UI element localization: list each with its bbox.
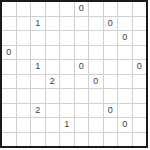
cell-r1c3[interactable] xyxy=(46,17,60,31)
cell-r8c0[interactable] xyxy=(2,118,16,132)
cell-r3c4[interactable] xyxy=(60,46,74,60)
clue-cell-r3c0: 0 xyxy=(2,46,16,60)
cell-r8c5[interactable] xyxy=(75,118,89,132)
clue-cell-r4c5: 0 xyxy=(75,60,89,74)
cell-r6c8[interactable] xyxy=(118,89,132,103)
cell-r1c0[interactable] xyxy=(2,17,16,31)
cell-r8c7[interactable] xyxy=(104,118,118,132)
cell-r9c9[interactable] xyxy=(133,133,147,147)
clue-cell-r0c5: 0 xyxy=(75,2,89,16)
cell-r0c3[interactable] xyxy=(46,2,60,16)
cell-r6c6[interactable] xyxy=(89,89,103,103)
cell-r2c2[interactable] xyxy=(31,31,45,45)
cell-r3c3[interactable] xyxy=(46,46,60,60)
clue-cell-r5c3: 2 xyxy=(46,75,60,89)
cell-r8c2[interactable] xyxy=(31,118,45,132)
cell-r9c0[interactable] xyxy=(2,133,16,147)
cell-r6c5[interactable] xyxy=(75,89,89,103)
cell-r5c5[interactable] xyxy=(75,75,89,89)
cell-r3c5[interactable] xyxy=(75,46,89,60)
cell-r0c0[interactable] xyxy=(2,2,16,16)
cell-r3c6[interactable] xyxy=(89,46,103,60)
cell-r5c9[interactable] xyxy=(133,75,147,89)
clue-cell-r7c2: 2 xyxy=(31,104,45,118)
cell-r1c8[interactable] xyxy=(118,17,132,31)
cell-r7c6[interactable] xyxy=(89,104,103,118)
cell-r6c0[interactable] xyxy=(2,89,16,103)
cell-r6c2[interactable] xyxy=(31,89,45,103)
cell-r7c8[interactable] xyxy=(118,104,132,118)
cell-r3c9[interactable] xyxy=(133,46,147,60)
cell-r8c1[interactable] xyxy=(17,118,31,132)
cell-r4c6[interactable] xyxy=(89,60,103,74)
cell-r9c7[interactable] xyxy=(104,133,118,147)
cell-r6c3[interactable] xyxy=(46,89,60,103)
cell-r4c3[interactable] xyxy=(46,60,60,74)
cell-r5c0[interactable] xyxy=(2,75,16,89)
cell-r0c1[interactable] xyxy=(17,2,31,16)
cell-r3c2[interactable] xyxy=(31,46,45,60)
cell-r5c4[interactable] xyxy=(60,75,74,89)
cell-r0c2[interactable] xyxy=(31,2,45,16)
cell-r3c7[interactable] xyxy=(104,46,118,60)
cell-r8c9[interactable] xyxy=(133,118,147,132)
cell-r9c2[interactable] xyxy=(31,133,45,147)
cell-r0c9[interactable] xyxy=(133,2,147,16)
cell-r9c4[interactable] xyxy=(60,133,74,147)
cell-r0c8[interactable] xyxy=(118,2,132,16)
cell-r5c2[interactable] xyxy=(31,75,45,89)
cell-r4c4[interactable] xyxy=(60,60,74,74)
cell-r2c7[interactable] xyxy=(104,31,118,45)
cell-r5c7[interactable] xyxy=(104,75,118,89)
cell-r7c1[interactable] xyxy=(17,104,31,118)
cell-r5c1[interactable] xyxy=(17,75,31,89)
cell-r2c0[interactable] xyxy=(2,31,16,45)
cell-r6c9[interactable] xyxy=(133,89,147,103)
cell-r7c9[interactable] xyxy=(133,104,147,118)
cell-r2c5[interactable] xyxy=(75,31,89,45)
cell-r8c6[interactable] xyxy=(89,118,103,132)
cell-r1c4[interactable] xyxy=(60,17,74,31)
cell-r3c1[interactable] xyxy=(17,46,31,60)
cell-r7c0[interactable] xyxy=(2,104,16,118)
cell-r2c6[interactable] xyxy=(89,31,103,45)
cell-r5c8[interactable] xyxy=(118,75,132,89)
cell-r6c7[interactable] xyxy=(104,89,118,103)
clue-cell-r1c7: 0 xyxy=(104,17,118,31)
cell-r0c7[interactable] xyxy=(104,2,118,16)
cell-r0c4[interactable] xyxy=(60,2,74,16)
cell-r4c0[interactable] xyxy=(2,60,16,74)
cell-r0c6[interactable] xyxy=(89,2,103,16)
clue-cell-r5c6: 0 xyxy=(89,75,103,89)
clue-cell-r2c8: 0 xyxy=(118,31,132,45)
cell-r4c8[interactable] xyxy=(118,60,132,74)
clue-cell-r1c2: 1 xyxy=(31,17,45,31)
cell-r4c7[interactable] xyxy=(104,60,118,74)
cell-r4c1[interactable] xyxy=(17,60,31,74)
cell-r7c3[interactable] xyxy=(46,104,60,118)
cell-r9c5[interactable] xyxy=(75,133,89,147)
cell-r1c1[interactable] xyxy=(17,17,31,31)
puzzle-board: 01000100202010 xyxy=(0,0,148,148)
cell-r2c4[interactable] xyxy=(60,31,74,45)
cell-r7c5[interactable] xyxy=(75,104,89,118)
cell-r9c3[interactable] xyxy=(46,133,60,147)
cell-r9c6[interactable] xyxy=(89,133,103,147)
clue-cell-r4c2: 1 xyxy=(31,60,45,74)
cell-r3c8[interactable] xyxy=(118,46,132,60)
cell-r6c4[interactable] xyxy=(60,89,74,103)
cell-r9c8[interactable] xyxy=(118,133,132,147)
cell-r1c9[interactable] xyxy=(133,17,147,31)
cell-r1c5[interactable] xyxy=(75,17,89,31)
clue-cell-r8c4: 1 xyxy=(60,118,74,132)
clue-cell-r8c8: 0 xyxy=(118,118,132,132)
cell-r6c1[interactable] xyxy=(17,89,31,103)
cell-r8c3[interactable] xyxy=(46,118,60,132)
cell-r2c3[interactable] xyxy=(46,31,60,45)
cell-r7c4[interactable] xyxy=(60,104,74,118)
cell-r2c9[interactable] xyxy=(133,31,147,45)
clue-cell-r7c7: 0 xyxy=(104,104,118,118)
cell-r9c1[interactable] xyxy=(17,133,31,147)
cell-r2c1[interactable] xyxy=(17,31,31,45)
cell-r1c6[interactable] xyxy=(89,17,103,31)
clue-cell-r4c9: 0 xyxy=(133,60,147,74)
